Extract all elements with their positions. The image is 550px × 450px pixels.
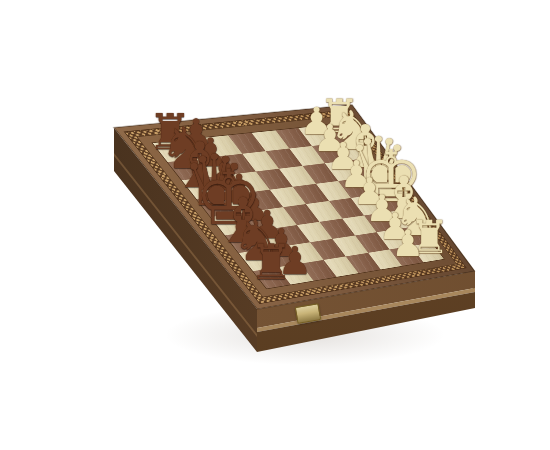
chess-set-photo: ♜♞♝♛♚♝♞♜♟♟♟♟♟♟♟♟♟♟♟♟♟♟♟♟♜♞♝♛♚♝♞♜ (0, 0, 550, 450)
board-margin (136, 115, 457, 297)
